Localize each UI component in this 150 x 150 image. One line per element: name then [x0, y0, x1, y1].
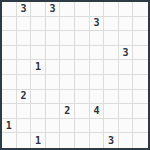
cell-r4c9[interactable]: 3: [119, 46, 134, 61]
cell-r9c4[interactable]: [46, 119, 61, 134]
cell-r4c7[interactable]: [90, 46, 105, 61]
cell-r2c4[interactable]: [46, 17, 61, 32]
cell-r9c7[interactable]: [90, 119, 105, 134]
cell-r8c10[interactable]: [133, 104, 148, 119]
cell-r5c1[interactable]: [2, 60, 17, 75]
cell-r3c3[interactable]: [31, 31, 46, 46]
cell-r2c3[interactable]: [31, 17, 46, 32]
cell-r4c6[interactable]: [75, 46, 90, 61]
cell-r10c10[interactable]: [133, 133, 148, 148]
cell-r10c3[interactable]: 1: [31, 133, 46, 148]
cell-r7c10[interactable]: [133, 90, 148, 105]
cell-r6c9[interactable]: [119, 75, 134, 90]
cell-r1c3[interactable]: [31, 2, 46, 17]
cell-r9c9[interactable]: [119, 119, 134, 134]
cell-r6c2[interactable]: [17, 75, 32, 90]
cell-r4c5[interactable]: [60, 46, 75, 61]
cell-r8c1[interactable]: [2, 104, 17, 119]
cell-r1c4[interactable]: 3: [46, 2, 61, 17]
cell-r3c1[interactable]: [2, 31, 17, 46]
cell-r6c5[interactable]: [60, 75, 75, 90]
cell-r7c1[interactable]: [2, 90, 17, 105]
cell-r6c7[interactable]: [90, 75, 105, 90]
cell-r1c9[interactable]: [119, 2, 134, 17]
cell-r8c4[interactable]: [46, 104, 61, 119]
cell-r4c1[interactable]: [2, 46, 17, 61]
cell-r7c5[interactable]: [60, 90, 75, 105]
cell-r2c10[interactable]: [133, 17, 148, 32]
cell-r3c7[interactable]: [90, 31, 105, 46]
cell-r10c8[interactable]: 3: [104, 133, 119, 148]
cell-r9c6[interactable]: [75, 119, 90, 134]
cell-r1c5[interactable]: [60, 2, 75, 17]
cell-r5c4[interactable]: [46, 60, 61, 75]
cell-r3c10[interactable]: [133, 31, 148, 46]
cell-r4c2[interactable]: [17, 46, 32, 61]
cell-r6c4[interactable]: [46, 75, 61, 90]
cell-r4c8[interactable]: [104, 46, 119, 61]
cell-r5c2[interactable]: [17, 60, 32, 75]
cell-r2c7[interactable]: 3: [90, 17, 105, 32]
cell-r10c5[interactable]: [60, 133, 75, 148]
cell-r6c10[interactable]: [133, 75, 148, 90]
cell-r1c2[interactable]: 3: [17, 2, 32, 17]
cell-r1c8[interactable]: [104, 2, 119, 17]
cell-r8c7[interactable]: 4: [90, 104, 105, 119]
cell-r2c6[interactable]: [75, 17, 90, 32]
cell-r7c6[interactable]: [75, 90, 90, 105]
cell-r10c1[interactable]: [2, 133, 17, 148]
cell-r6c3[interactable]: [31, 75, 46, 90]
cell-r8c6[interactable]: [75, 104, 90, 119]
cell-r10c4[interactable]: [46, 133, 61, 148]
cell-r1c7[interactable]: [90, 2, 105, 17]
cell-r5c3[interactable]: 1: [31, 60, 46, 75]
cell-r8c8[interactable]: [104, 104, 119, 119]
cell-r1c10[interactable]: [133, 2, 148, 17]
cell-r2c1[interactable]: [2, 17, 17, 32]
cell-r9c3[interactable]: [31, 119, 46, 134]
cell-r2c5[interactable]: [60, 17, 75, 32]
cell-r10c6[interactable]: [75, 133, 90, 148]
cell-r5c10[interactable]: [133, 60, 148, 75]
cell-r10c2[interactable]: [17, 133, 32, 148]
cell-r7c8[interactable]: [104, 90, 119, 105]
cell-r8c9[interactable]: [119, 104, 134, 119]
cell-r3c4[interactable]: [46, 31, 61, 46]
cell-r3c9[interactable]: [119, 31, 134, 46]
cell-r9c1[interactable]: 1: [2, 119, 17, 134]
cell-r4c10[interactable]: [133, 46, 148, 61]
cell-r8c5[interactable]: 2: [60, 104, 75, 119]
cell-r10c7[interactable]: [90, 133, 105, 148]
cell-r2c8[interactable]: [104, 17, 119, 32]
cell-r2c2[interactable]: [17, 17, 32, 32]
cell-r9c2[interactable]: [17, 119, 32, 134]
cell-r9c10[interactable]: [133, 119, 148, 134]
cell-r7c9[interactable]: [119, 90, 134, 105]
cell-r5c7[interactable]: [90, 60, 105, 75]
cell-r3c8[interactable]: [104, 31, 119, 46]
cell-r7c2[interactable]: 2: [17, 90, 32, 105]
cell-r8c2[interactable]: [17, 104, 32, 119]
cell-r6c6[interactable]: [75, 75, 90, 90]
cell-r5c6[interactable]: [75, 60, 90, 75]
cell-r5c5[interactable]: [60, 60, 75, 75]
cell-r9c5[interactable]: [60, 119, 75, 134]
cell-r10c9[interactable]: [119, 133, 134, 148]
cell-r8c3[interactable]: [31, 104, 46, 119]
cell-r9c8[interactable]: [104, 119, 119, 134]
cell-r3c5[interactable]: [60, 31, 75, 46]
cell-r7c4[interactable]: [46, 90, 61, 105]
cell-r7c7[interactable]: [90, 90, 105, 105]
cell-r6c8[interactable]: [104, 75, 119, 90]
cell-r2c9[interactable]: [119, 17, 134, 32]
cell-r1c1[interactable]: [2, 2, 17, 17]
cell-r4c4[interactable]: [46, 46, 61, 61]
cell-r7c3[interactable]: [31, 90, 46, 105]
cell-r4c3[interactable]: [31, 46, 46, 61]
puzzle-board: 33331224113: [0, 0, 150, 150]
cell-r1c6[interactable]: [75, 2, 90, 17]
cell-r5c8[interactable]: [104, 60, 119, 75]
cell-r5c9[interactable]: [119, 60, 134, 75]
cell-r3c6[interactable]: [75, 31, 90, 46]
cell-r3c2[interactable]: [17, 31, 32, 46]
cell-r6c1[interactable]: [2, 75, 17, 90]
